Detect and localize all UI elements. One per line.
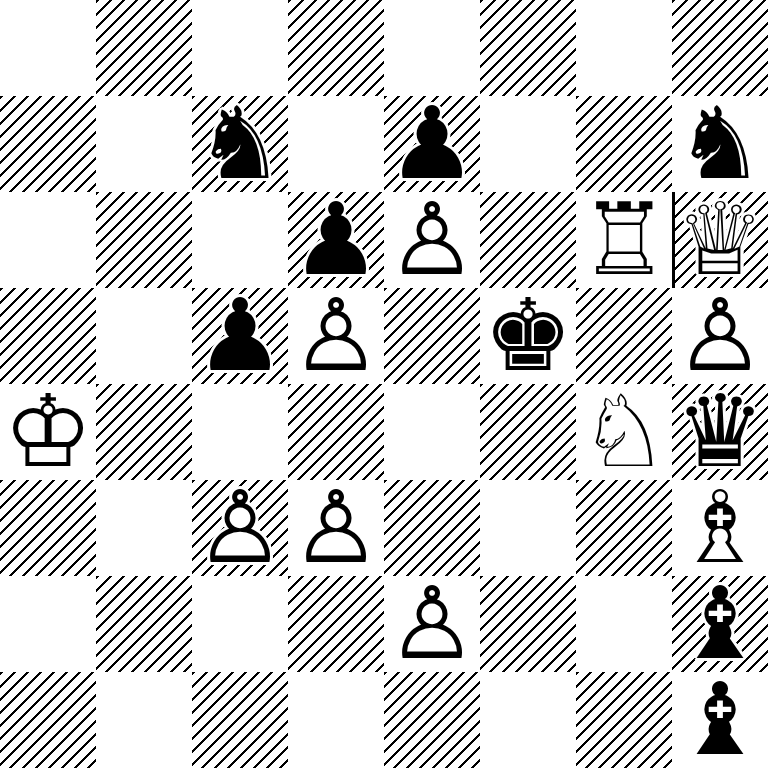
square-g6[interactable]: ♜♖ [576, 192, 672, 288]
square-h2[interactable]: ♝ [672, 576, 768, 672]
square-d6[interactable]: ♟ [288, 192, 384, 288]
square-c8[interactable] [192, 0, 288, 96]
piece-white-pawn-fill: ♟ [288, 288, 384, 384]
piece-white-bishop-fill: ♝ [672, 480, 768, 576]
piece-black-bishop: ♝ [672, 576, 768, 672]
square-c5[interactable]: ♟ [192, 288, 288, 384]
chess-board: ♞♟♞♟♟♙♜♖♛♕♟♟♙♚♟♙♚♔♞♘♛♟♙♟♙♝♗♟♙♝♝ [0, 0, 768, 768]
square-h1[interactable]: ♝ [672, 672, 768, 768]
square-a1[interactable] [0, 672, 96, 768]
piece-white-king-fill: ♚ [0, 384, 96, 480]
square-f7[interactable] [480, 96, 576, 192]
square-h7[interactable]: ♞ [672, 96, 768, 192]
square-c1[interactable] [192, 672, 288, 768]
square-c2[interactable] [192, 576, 288, 672]
square-e5[interactable] [384, 288, 480, 384]
square-f1[interactable] [480, 672, 576, 768]
piece-white-pawn: ♙ [288, 288, 384, 384]
square-g3[interactable] [576, 480, 672, 576]
piece-white-king: ♔ [0, 384, 96, 480]
square-b3[interactable] [96, 480, 192, 576]
square-d3[interactable]: ♟♙ [288, 480, 384, 576]
square-a8[interactable] [0, 0, 96, 96]
piece-white-pawn: ♙ [384, 192, 480, 288]
square-a4[interactable]: ♚♔ [0, 384, 96, 480]
piece-white-pawn: ♙ [384, 576, 480, 672]
piece-white-pawn-fill: ♟ [672, 288, 768, 384]
piece-white-queen: ♕ [672, 192, 768, 288]
piece-white-pawn: ♙ [288, 480, 384, 576]
square-a3[interactable] [0, 480, 96, 576]
square-a7[interactable] [0, 96, 96, 192]
square-h3[interactable]: ♝♗ [672, 480, 768, 576]
piece-black-pawn: ♟ [288, 192, 384, 288]
square-c3[interactable]: ♟♙ [192, 480, 288, 576]
square-a2[interactable] [0, 576, 96, 672]
square-d7[interactable] [288, 96, 384, 192]
piece-white-pawn-fill: ♟ [192, 480, 288, 576]
piece-black-knight: ♞ [192, 96, 288, 192]
square-b5[interactable] [96, 288, 192, 384]
square-b4[interactable] [96, 384, 192, 480]
square-g8[interactable] [576, 0, 672, 96]
piece-black-pawn: ♟ [192, 288, 288, 384]
piece-white-bishop: ♗ [672, 480, 768, 576]
piece-white-knight: ♘ [576, 384, 672, 480]
square-g5[interactable] [576, 288, 672, 384]
square-a5[interactable] [0, 288, 96, 384]
square-e1[interactable] [384, 672, 480, 768]
square-d8[interactable] [288, 0, 384, 96]
square-d4[interactable] [288, 384, 384, 480]
piece-black-knight: ♞ [672, 96, 768, 192]
square-h6[interactable]: ♛♕ [672, 192, 768, 288]
square-d2[interactable] [288, 576, 384, 672]
square-e6[interactable]: ♟♙ [384, 192, 480, 288]
square-h8[interactable] [672, 0, 768, 96]
square-g2[interactable] [576, 576, 672, 672]
square-e4[interactable] [384, 384, 480, 480]
square-f3[interactable] [480, 480, 576, 576]
square-b6[interactable] [96, 192, 192, 288]
square-h4[interactable]: ♛ [672, 384, 768, 480]
piece-white-pawn: ♙ [672, 288, 768, 384]
square-b7[interactable] [96, 96, 192, 192]
square-g1[interactable] [576, 672, 672, 768]
piece-white-pawn: ♙ [192, 480, 288, 576]
square-b1[interactable] [96, 672, 192, 768]
piece-black-pawn: ♟ [384, 96, 480, 192]
piece-white-queen-fill: ♛ [672, 192, 768, 288]
piece-black-bishop: ♝ [672, 672, 768, 768]
square-d1[interactable] [288, 672, 384, 768]
square-f8[interactable] [480, 0, 576, 96]
square-e3[interactable] [384, 480, 480, 576]
square-a6[interactable] [0, 192, 96, 288]
square-f2[interactable] [480, 576, 576, 672]
piece-black-king: ♚ [480, 288, 576, 384]
square-c7[interactable]: ♞ [192, 96, 288, 192]
square-e7[interactable]: ♟ [384, 96, 480, 192]
square-f5[interactable]: ♚ [480, 288, 576, 384]
piece-white-pawn-fill: ♟ [384, 576, 480, 672]
square-e8[interactable] [384, 0, 480, 96]
square-f4[interactable] [480, 384, 576, 480]
square-c6[interactable] [192, 192, 288, 288]
square-h5[interactable]: ♟♙ [672, 288, 768, 384]
square-b2[interactable] [96, 576, 192, 672]
square-g4[interactable]: ♞♘ [576, 384, 672, 480]
square-d5[interactable]: ♟♙ [288, 288, 384, 384]
square-f6[interactable] [480, 192, 576, 288]
square-e2[interactable]: ♟♙ [384, 576, 480, 672]
piece-white-rook-fill: ♜ [576, 192, 672, 288]
piece-white-knight-fill: ♞ [576, 384, 672, 480]
piece-white-rook: ♖ [576, 192, 672, 288]
square-c4[interactable] [192, 384, 288, 480]
square-g7[interactable] [576, 96, 672, 192]
piece-white-pawn-fill: ♟ [288, 480, 384, 576]
piece-black-queen: ♛ [672, 384, 768, 480]
piece-white-pawn-fill: ♟ [384, 192, 480, 288]
square-b8[interactable] [96, 0, 192, 96]
